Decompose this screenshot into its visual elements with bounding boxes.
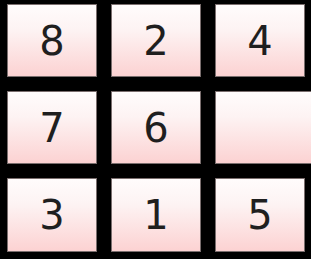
- tile-7[interactable]: 7: [7, 91, 97, 164]
- blank-space: [215, 91, 311, 164]
- tile-2[interactable]: 2: [111, 4, 201, 77]
- tile-3[interactable]: 3: [7, 178, 97, 252]
- tile-1[interactable]: 1: [111, 178, 201, 252]
- tile-8[interactable]: 8: [7, 4, 97, 77]
- puzzle-board: 8 2 4 7 6 3 1 5: [0, 0, 311, 259]
- tile-6[interactable]: 6: [111, 91, 201, 164]
- tile-5[interactable]: 5: [215, 178, 305, 252]
- tile-4[interactable]: 4: [215, 4, 305, 77]
